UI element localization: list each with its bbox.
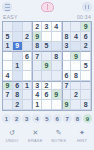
numpad-key-2[interactable]: 2 (12, 114, 21, 123)
sudoku-cell[interactable] (23, 42, 33, 52)
sudoku-cell[interactable] (32, 61, 42, 71)
numpad-key-9[interactable]: 9 (83, 114, 92, 123)
hint-button[interactable]: ✦HINT (72, 129, 92, 147)
sudoku-cell[interactable]: 6 (62, 71, 72, 81)
sudoku-cell[interactable]: 7 (32, 51, 42, 61)
sudoku-cell[interactable] (23, 22, 33, 32)
sudoku-cell[interactable] (23, 61, 33, 71)
sudoku-cell[interactable] (71, 81, 81, 91)
pause-icon[interactable] (82, 2, 92, 12)
sudoku-cell[interactable]: 9 (81, 22, 91, 32)
sudoku-cell[interactable] (81, 71, 91, 81)
sudoku-cell[interactable] (42, 100, 52, 110)
sudoku-cell[interactable] (13, 22, 23, 32)
numpad-key-1[interactable]: 1 (2, 114, 11, 123)
sudoku-cell[interactable] (62, 22, 72, 32)
sudoku-cell[interactable] (52, 32, 62, 42)
sudoku-cell[interactable]: 2 (13, 100, 23, 110)
hint-icon: ✦ (79, 129, 85, 137)
sudoku-cell[interactable] (71, 22, 81, 32)
sudoku-cell[interactable] (81, 51, 91, 61)
hint-label: HINT (77, 138, 87, 143)
sudoku-cell[interactable]: 6 (23, 51, 33, 61)
notes-label: NOTES (51, 138, 66, 143)
sudoku-cell[interactable]: 3 (42, 22, 52, 32)
sudoku-cell[interactable]: 9 (71, 51, 81, 61)
numpad-key-3[interactable]: 3 (22, 114, 31, 123)
sudoku-cell[interactable]: 8 (62, 32, 72, 42)
sudoku-cell[interactable] (52, 42, 62, 52)
sudoku-cell[interactable] (62, 61, 72, 71)
sudoku-cell[interactable]: 6 (81, 32, 91, 42)
sudoku-cell[interactable]: 8 (71, 71, 81, 81)
sudoku-cell[interactable]: 3 (62, 42, 72, 52)
sudoku-cell[interactable]: 8 (13, 90, 23, 100)
sudoku-cell[interactable] (42, 51, 52, 61)
sudoku-cell[interactable]: 1 (32, 100, 42, 110)
sudoku-cell[interactable]: 7 (62, 81, 72, 91)
erase-label: ERASE (28, 138, 43, 143)
sudoku-cell[interactable] (3, 22, 13, 32)
undo-icon: ↺ (9, 129, 15, 137)
sudoku-cell[interactable]: 1 (23, 81, 33, 91)
sudoku-cell[interactable]: 1 (13, 61, 23, 71)
sudoku-cell[interactable] (42, 32, 52, 42)
sudoku-cell[interactable] (52, 100, 62, 110)
sudoku-cell[interactable] (62, 90, 72, 100)
erase-button[interactable]: ✕ERASE (25, 129, 45, 147)
sudoku-cell[interactable]: 8 (52, 51, 62, 61)
sudoku-cell[interactable]: 9 (3, 81, 13, 91)
sudoku-cell[interactable] (71, 42, 81, 52)
sudoku-cell[interactable] (52, 71, 62, 81)
sudoku-cell[interactable]: 2 (42, 81, 52, 91)
undo-label: UNDO (6, 138, 19, 143)
sudoku-cell[interactable] (13, 51, 23, 61)
notes-button[interactable]: ✎NOTES (49, 129, 69, 147)
timer-label: 00:34 (77, 14, 91, 20)
sudoku-cell[interactable] (81, 81, 91, 91)
sudoku-cell[interactable] (23, 90, 33, 100)
sudoku-cell[interactable]: 8 (81, 100, 91, 110)
sudoku-cell[interactable]: 6 (42, 90, 52, 100)
sudoku-cell[interactable]: 2 (81, 42, 91, 52)
numpad-key-8[interactable]: 8 (73, 114, 82, 123)
sudoku-cell[interactable] (42, 71, 52, 81)
sudoku-cell[interactable]: 1 (3, 42, 13, 52)
sudoku-cell[interactable]: 4 (52, 22, 62, 32)
number-pad: 123456789 (2, 114, 92, 125)
action-bar: ↺UNDO✕ERASE✎NOTES✦HINT (2, 129, 92, 147)
difficulty-label: EASY (3, 14, 18, 20)
sudoku-cell[interactable] (52, 81, 62, 91)
erase-icon: ✕ (32, 129, 38, 137)
menu-icon[interactable] (2, 2, 12, 12)
sudoku-cell[interactable]: 2 (23, 32, 33, 42)
sudoku-board: 2349529846198532678919546896132778469221… (2, 21, 92, 111)
undo-button[interactable]: ↺UNDO (2, 129, 22, 147)
sudoku-cell[interactable]: 5 (81, 61, 91, 71)
notes-icon: ✎ (56, 129, 62, 137)
sudoku-cell[interactable] (23, 100, 33, 110)
sudoku-cell[interactable] (3, 61, 13, 71)
numpad-key-4[interactable]: 4 (32, 114, 41, 123)
sudoku-cell[interactable] (81, 90, 91, 100)
sudoku-cell[interactable]: 9 (13, 42, 23, 52)
numpad-key-6[interactable]: 6 (53, 114, 62, 123)
sudoku-cell[interactable] (52, 61, 62, 71)
sudoku-cell[interactable]: 4 (71, 32, 81, 42)
sudoku-cell[interactable]: 4 (3, 71, 13, 81)
sudoku-cell[interactable]: 4 (32, 90, 42, 100)
sudoku-cell[interactable] (3, 51, 13, 61)
sudoku-cell[interactable] (13, 71, 23, 81)
sudoku-cell[interactable]: 2 (32, 22, 42, 32)
sudoku-cell[interactable] (13, 32, 23, 42)
sudoku-cell[interactable]: 5 (3, 32, 13, 42)
sudoku-cell[interactable]: 8 (32, 42, 42, 52)
status-bar: EASY 00:34 (3, 14, 91, 20)
sudoku-cell[interactable]: 3 (32, 81, 42, 91)
sudoku-cell[interactable]: 9 (32, 32, 42, 42)
sudoku-cell[interactable]: 2 (71, 90, 81, 100)
sudoku-cell[interactable]: 6 (13, 81, 23, 91)
sudoku-cell[interactable]: 9 (42, 61, 52, 71)
sudoku-cell[interactable]: 7 (3, 90, 13, 100)
sudoku-cell[interactable] (62, 51, 72, 61)
sudoku-cell[interactable]: 9 (52, 90, 62, 100)
sudoku-cell[interactable]: 9 (62, 100, 72, 110)
top-bar (0, 1, 94, 13)
sudoku-cell[interactable]: 5 (42, 42, 52, 52)
sudoku-cell[interactable] (71, 100, 81, 110)
sudoku-cell[interactable] (23, 71, 33, 81)
sudoku-cell[interactable] (3, 100, 13, 110)
numpad-key-5[interactable]: 5 (43, 114, 52, 123)
numpad-key-7[interactable]: 7 (63, 114, 72, 123)
brain-icon (41, 2, 54, 12)
sudoku-cell[interactable] (71, 61, 81, 71)
sudoku-cell[interactable] (32, 71, 42, 81)
